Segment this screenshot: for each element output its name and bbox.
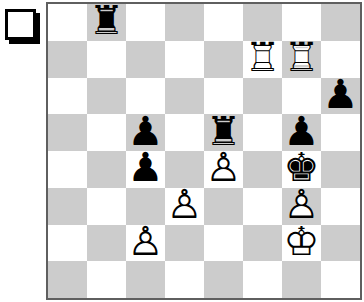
square-b7[interactable] — [87, 41, 126, 78]
square-c8[interactable] — [126, 4, 165, 41]
square-d1[interactable] — [165, 261, 204, 298]
white-rook[interactable]: ♜♖ — [243, 41, 282, 78]
square-f7[interactable]: ♜♖ — [243, 41, 282, 78]
square-b8[interactable]: ♜ — [87, 4, 126, 41]
white-rook-outline: ♖ — [243, 39, 282, 76]
square-f5[interactable] — [243, 114, 282, 151]
square-b5[interactable] — [87, 114, 126, 151]
square-c1[interactable] — [126, 261, 165, 298]
white-king-outline: ♔ — [282, 223, 321, 260]
square-c2[interactable]: ♟♙ — [126, 225, 165, 262]
square-g7[interactable]: ♜♖ — [282, 41, 321, 78]
square-a3[interactable] — [48, 188, 87, 225]
square-b1[interactable] — [87, 261, 126, 298]
square-e3[interactable] — [204, 188, 243, 225]
chess-diagram: ♜♜♖♜♖♟♟♜♟♟♟♙♚♟♙♟♙♟♙♚♔ — [0, 0, 364, 302]
black-pawn-glyph: ♟ — [321, 76, 360, 113]
white-king[interactable]: ♚♔ — [282, 225, 321, 262]
square-f1[interactable] — [243, 261, 282, 298]
square-b6[interactable] — [87, 78, 126, 115]
white-pawn-outline: ♙ — [165, 186, 204, 223]
square-b3[interactable] — [87, 188, 126, 225]
black-pawn[interactable]: ♟ — [126, 151, 165, 188]
square-d7[interactable] — [165, 41, 204, 78]
square-d2[interactable] — [165, 225, 204, 262]
white-pawn-outline: ♙ — [126, 223, 165, 260]
black-rook-glyph: ♜ — [87, 2, 126, 39]
chess-board: ♜♜♖♜♖♟♟♜♟♟♟♙♚♟♙♟♙♟♙♚♔ — [46, 2, 362, 300]
square-d3[interactable]: ♟♙ — [165, 188, 204, 225]
square-e7[interactable] — [204, 41, 243, 78]
white-pawn[interactable]: ♟♙ — [204, 151, 243, 188]
square-h5[interactable] — [321, 114, 360, 151]
black-pawn-glyph: ♟ — [126, 149, 165, 186]
square-h4[interactable] — [321, 151, 360, 188]
square-a1[interactable] — [48, 261, 87, 298]
white-pawn-outline: ♙ — [204, 149, 243, 186]
square-f2[interactable] — [243, 225, 282, 262]
square-g2[interactable]: ♚♔ — [282, 225, 321, 262]
white-to-move-icon — [5, 9, 36, 40]
square-f3[interactable] — [243, 188, 282, 225]
white-pawn[interactable]: ♟♙ — [126, 225, 165, 262]
square-e2[interactable] — [204, 225, 243, 262]
black-rook[interactable]: ♜ — [87, 4, 126, 41]
square-a6[interactable] — [48, 78, 87, 115]
square-c4[interactable]: ♟ — [126, 151, 165, 188]
square-a2[interactable] — [48, 225, 87, 262]
square-h2[interactable] — [321, 225, 360, 262]
square-a5[interactable] — [48, 114, 87, 151]
square-d6[interactable] — [165, 78, 204, 115]
white-rook-outline: ♖ — [282, 39, 321, 76]
square-f4[interactable] — [243, 151, 282, 188]
square-e1[interactable] — [204, 261, 243, 298]
square-h1[interactable] — [321, 261, 360, 298]
white-pawn[interactable]: ♟♙ — [165, 188, 204, 225]
square-h3[interactable] — [321, 188, 360, 225]
square-a7[interactable] — [48, 41, 87, 78]
square-d5[interactable] — [165, 114, 204, 151]
square-a4[interactable] — [48, 151, 87, 188]
black-pawn[interactable]: ♟ — [321, 78, 360, 115]
square-h6[interactable]: ♟ — [321, 78, 360, 115]
square-e4[interactable]: ♟♙ — [204, 151, 243, 188]
square-e8[interactable] — [204, 4, 243, 41]
square-g1[interactable] — [282, 261, 321, 298]
white-rook[interactable]: ♜♖ — [282, 41, 321, 78]
square-b2[interactable] — [87, 225, 126, 262]
square-f6[interactable] — [243, 78, 282, 115]
square-d8[interactable] — [165, 4, 204, 41]
square-b4[interactable] — [87, 151, 126, 188]
square-h8[interactable] — [321, 4, 360, 41]
square-a8[interactable] — [48, 4, 87, 41]
square-c7[interactable] — [126, 41, 165, 78]
